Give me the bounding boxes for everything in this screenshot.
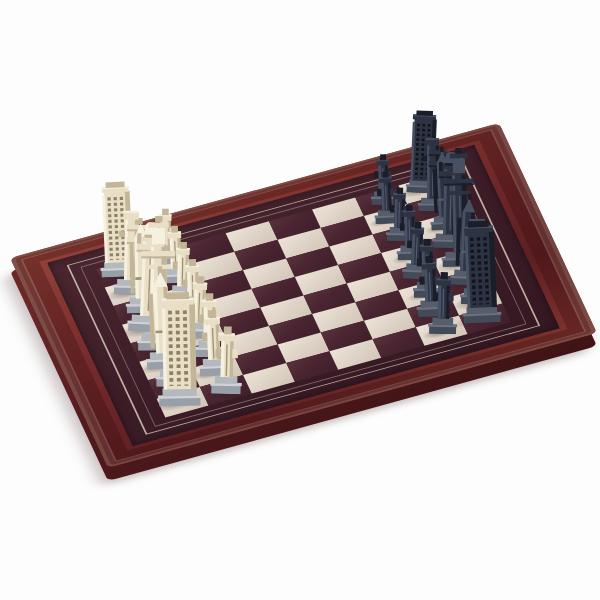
black-pawn-h7	[427, 268, 458, 334]
white-pawn-h2	[209, 322, 243, 394]
black-rook-h8	[461, 219, 504, 323]
white-rook-h1	[156, 290, 204, 406]
pieces-layer	[0, 0, 600, 600]
chess-set-photo	[0, 0, 600, 600]
